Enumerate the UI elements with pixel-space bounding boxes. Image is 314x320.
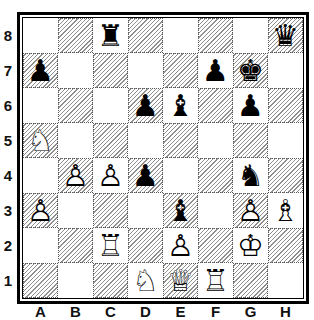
square-g6[interactable]: ♟ [233, 88, 268, 123]
square-g1[interactable] [233, 263, 268, 298]
square-h8[interactable]: ♛ [268, 18, 303, 53]
square-e2[interactable]: ♟♙ [163, 228, 198, 263]
square-f1[interactable]: ♜♖ [198, 263, 233, 298]
square-b7[interactable] [58, 53, 93, 88]
rank-labels: 87654321 [0, 18, 16, 298]
square-d4[interactable]: ♟ [128, 158, 163, 193]
file-label-e: E [163, 304, 198, 320]
square-a8[interactable] [23, 18, 58, 53]
square-c8[interactable]: ♜ [93, 18, 128, 53]
piece-white-pawn: ♟♙ [23, 193, 58, 228]
square-h2[interactable] [268, 228, 303, 263]
square-b4[interactable]: ♟♙ [58, 158, 93, 193]
piece-black-pawn: ♟ [128, 158, 163, 193]
square-f8[interactable] [198, 18, 233, 53]
square-e6[interactable]: ♝ [163, 88, 198, 123]
square-a7[interactable]: ♟ [23, 53, 58, 88]
file-label-b: B [58, 304, 93, 320]
square-b6[interactable] [58, 88, 93, 123]
rank-label-4: 4 [0, 158, 16, 193]
square-b8[interactable] [58, 18, 93, 53]
square-a4[interactable] [23, 158, 58, 193]
square-f6[interactable] [198, 88, 233, 123]
square-g4[interactable]: ♞ [233, 158, 268, 193]
square-g3[interactable]: ♟♙ [233, 193, 268, 228]
rank-label-2: 2 [0, 228, 16, 263]
square-b1[interactable] [58, 263, 93, 298]
piece-white-pawn: ♟♙ [58, 158, 93, 193]
piece-white-queen: ♛♕ [163, 263, 198, 298]
square-a5[interactable]: ♞♘ [23, 123, 58, 158]
square-c5[interactable] [93, 123, 128, 158]
square-d2[interactable] [128, 228, 163, 263]
file-labels: ABCDEFGH [23, 304, 303, 320]
square-f5[interactable] [198, 123, 233, 158]
rank-label-8: 8 [0, 18, 16, 53]
rank-label-1: 1 [0, 263, 16, 298]
square-d5[interactable] [128, 123, 163, 158]
file-label-c: C [93, 304, 128, 320]
piece-black-pawn: ♟ [23, 53, 58, 88]
square-g7[interactable]: ♚ [233, 53, 268, 88]
piece-white-pawn: ♟♙ [163, 228, 198, 263]
rank-label-6: 6 [0, 88, 16, 123]
square-g5[interactable] [233, 123, 268, 158]
rank-label-3: 3 [0, 193, 16, 228]
file-label-f: F [198, 304, 233, 320]
square-f4[interactable] [198, 158, 233, 193]
square-h4[interactable] [268, 158, 303, 193]
square-e4[interactable] [163, 158, 198, 193]
square-c4[interactable]: ♟♙ [93, 158, 128, 193]
square-f3[interactable] [198, 193, 233, 228]
chess-board: ♜♛♟♟♚♟♝♟♞♘♟♙♟♙♟♞♟♙♝♟♙♝♗♜♖♟♙♚♔♞♘♛♕♜♖ [22, 17, 304, 299]
square-e3[interactable]: ♝ [163, 193, 198, 228]
square-f7[interactable]: ♟ [198, 53, 233, 88]
square-f2[interactable] [198, 228, 233, 263]
rank-label-7: 7 [0, 53, 16, 88]
chess-diagram: 87654321 ♜♛♟♟♚♟♝♟♞♘♟♙♟♙♟♞♟♙♝♟♙♝♗♜♖♟♙♚♔♞♘… [0, 0, 314, 320]
square-c7[interactable] [93, 53, 128, 88]
piece-black-bishop: ♝ [163, 88, 198, 123]
square-g2[interactable]: ♚♔ [233, 228, 268, 263]
square-a1[interactable] [23, 263, 58, 298]
board-frame: ♜♛♟♟♚♟♝♟♞♘♟♙♟♙♟♞♟♙♝♟♙♝♗♜♖♟♙♚♔♞♘♛♕♜♖ [17, 12, 309, 304]
square-a3[interactable]: ♟♙ [23, 193, 58, 228]
square-h3[interactable]: ♝♗ [268, 193, 303, 228]
piece-black-queen: ♛ [268, 18, 303, 53]
piece-black-king: ♚ [233, 53, 268, 88]
piece-white-knight: ♞♘ [23, 123, 58, 158]
square-d3[interactable] [128, 193, 163, 228]
file-label-h: H [268, 304, 303, 320]
file-label-g: G [233, 304, 268, 320]
piece-black-knight: ♞ [233, 158, 268, 193]
piece-white-pawn: ♟♙ [93, 158, 128, 193]
piece-black-pawn: ♟ [128, 88, 163, 123]
piece-white-pawn: ♟♙ [233, 193, 268, 228]
square-d7[interactable] [128, 53, 163, 88]
piece-black-bishop: ♝ [163, 193, 198, 228]
square-h7[interactable] [268, 53, 303, 88]
square-d8[interactable] [128, 18, 163, 53]
square-c3[interactable] [93, 193, 128, 228]
piece-black-pawn: ♟ [198, 53, 233, 88]
square-h1[interactable] [268, 263, 303, 298]
file-label-d: D [128, 304, 163, 320]
rank-label-5: 5 [0, 123, 16, 158]
square-e8[interactable] [163, 18, 198, 53]
file-label-a: A [23, 304, 58, 320]
square-e7[interactable] [163, 53, 198, 88]
square-c2[interactable]: ♜♖ [93, 228, 128, 263]
piece-black-pawn: ♟ [233, 88, 268, 123]
square-a6[interactable] [23, 88, 58, 123]
square-c1[interactable] [93, 263, 128, 298]
square-h6[interactable] [268, 88, 303, 123]
square-c6[interactable] [93, 88, 128, 123]
square-e5[interactable] [163, 123, 198, 158]
square-a2[interactable] [23, 228, 58, 263]
square-d1[interactable]: ♞♘ [128, 263, 163, 298]
piece-white-rook: ♜♖ [93, 228, 128, 263]
square-h5[interactable] [268, 123, 303, 158]
square-b2[interactable] [58, 228, 93, 263]
square-e1[interactable]: ♛♕ [163, 263, 198, 298]
piece-white-rook: ♜♖ [198, 263, 233, 298]
square-g8[interactable] [233, 18, 268, 53]
piece-black-rook: ♜ [93, 18, 128, 53]
piece-white-bishop: ♝♗ [268, 193, 303, 228]
square-b5[interactable] [58, 123, 93, 158]
square-b3[interactable] [58, 193, 93, 228]
square-d6[interactable]: ♟ [128, 88, 163, 123]
piece-white-knight: ♞♘ [128, 263, 163, 298]
piece-white-king: ♚♔ [233, 228, 268, 263]
